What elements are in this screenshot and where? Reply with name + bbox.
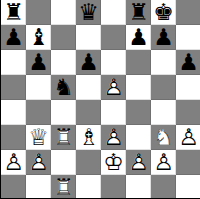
square-h4[interactable] [176,100,200,125]
square-a1[interactable] [1,175,26,199]
square-a6[interactable] [1,50,26,75]
square-h1[interactable] [176,175,200,199]
square-h6[interactable]: ♟ [176,50,200,75]
square-c2[interactable] [51,150,76,175]
square-e7[interactable] [101,25,126,50]
square-e6[interactable] [101,50,126,75]
square-e8[interactable] [101,0,126,25]
black-rook[interactable]: ♜ [1,0,26,25]
square-h3[interactable]: ♟♙ [176,125,200,150]
black-pawn[interactable]: ♟ [76,50,101,75]
black-queen-glyph: ♛ [76,0,101,25]
black-queen[interactable]: ♛ [76,0,101,25]
square-b3[interactable]: ♛♕ [26,125,51,150]
white-knight[interactable]: ♞♘ [151,125,176,150]
square-a2[interactable]: ♟♙ [1,150,26,175]
square-b2[interactable]: ♟♙ [26,150,51,175]
white-pawn-outline-glyph: ♙ [101,125,126,150]
square-f7[interactable]: ♟ [126,25,151,50]
square-h8[interactable] [176,0,200,25]
square-e2[interactable]: ♚♔ [101,150,126,175]
square-d6[interactable]: ♟ [76,50,101,75]
square-a4[interactable] [1,100,26,125]
white-rook-outline-glyph: ♖ [51,175,76,199]
white-queen-outline-glyph: ♕ [26,125,51,150]
square-f6[interactable] [126,50,151,75]
white-pawn[interactable]: ♟♙ [26,150,51,175]
square-f1[interactable] [126,175,151,199]
square-c6[interactable] [51,50,76,75]
square-a5[interactable] [1,75,26,100]
white-pawn[interactable]: ♟♙ [176,125,200,150]
black-pawn-glyph: ♟ [1,25,26,50]
square-g5[interactable] [151,75,176,100]
square-e4[interactable] [101,100,126,125]
square-f8[interactable]: ♜ [126,0,151,25]
square-d2[interactable] [76,150,101,175]
white-pawn[interactable]: ♟♙ [101,125,126,150]
square-c4[interactable] [51,100,76,125]
black-pawn[interactable]: ♟ [176,50,200,75]
white-pawn[interactable]: ♟♙ [101,75,126,100]
black-pawn[interactable]: ♟ [26,50,51,75]
white-king[interactable]: ♚♔ [101,150,126,175]
black-king-glyph: ♚ [151,0,176,25]
square-e1[interactable] [101,175,126,199]
square-e5[interactable]: ♟♙ [101,75,126,100]
square-a7[interactable]: ♟ [1,25,26,50]
square-b7[interactable]: ♝ [26,25,51,50]
square-c1[interactable]: ♜♖ [51,175,76,199]
square-d7[interactable] [76,25,101,50]
square-d4[interactable] [76,100,101,125]
square-c5[interactable]: ♞ [51,75,76,100]
square-f5[interactable] [126,75,151,100]
square-f2[interactable]: ♟♙ [126,150,151,175]
square-d8[interactable]: ♛ [76,0,101,25]
black-pawn[interactable]: ♟ [126,25,151,50]
square-b4[interactable] [26,100,51,125]
white-pawn-outline-glyph: ♙ [101,75,126,100]
square-g4[interactable] [151,100,176,125]
black-pawn-glyph: ♟ [76,50,101,75]
white-bishop[interactable]: ♝♗ [76,125,101,150]
square-c7[interactable] [51,25,76,50]
square-b5[interactable] [26,75,51,100]
black-bishop[interactable]: ♝ [26,25,51,50]
square-h5[interactable] [176,75,200,100]
square-e3[interactable]: ♟♙ [101,125,126,150]
square-d5[interactable] [76,75,101,100]
black-pawn-glyph: ♟ [26,50,51,75]
white-pawn[interactable]: ♟♙ [1,150,26,175]
white-pawn-outline-glyph: ♙ [176,125,200,150]
square-f4[interactable] [126,100,151,125]
white-king-outline-glyph: ♔ [101,150,126,175]
black-knight[interactable]: ♞ [51,75,76,100]
black-knight-glyph: ♞ [51,75,76,100]
white-pawn[interactable]: ♟♙ [151,150,176,175]
square-b1[interactable] [26,175,51,199]
square-g7[interactable]: ♟ [151,25,176,50]
white-rook[interactable]: ♜♖ [51,175,76,199]
black-pawn[interactable]: ♟ [151,25,176,50]
white-pawn-outline-glyph: ♙ [126,150,151,175]
white-rook-outline-glyph: ♖ [51,125,76,150]
black-rook-glyph: ♜ [1,0,26,25]
square-g2[interactable]: ♟♙ [151,150,176,175]
square-a8[interactable]: ♜ [1,0,26,25]
white-pawn-outline-glyph: ♙ [26,150,51,175]
black-rook-glyph: ♜ [126,0,151,25]
black-pawn[interactable]: ♟ [1,25,26,50]
black-king[interactable]: ♚ [151,0,176,25]
square-c8[interactable] [51,0,76,25]
chess-board-diagram: ♜♛♜♚♟♝♟♟♟♟♟♞♟♙♛♕♜♖♝♗♟♙♞♘♟♙♟♙♟♙♚♔♟♙♟♙♜♖ [0,0,200,199]
square-d3[interactable]: ♝♗ [76,125,101,150]
square-f3[interactable] [126,125,151,150]
square-g1[interactable] [151,175,176,199]
white-pawn-outline-glyph: ♙ [1,150,26,175]
chess-board: ♜♛♜♚♟♝♟♟♟♟♟♞♟♙♛♕♜♖♝♗♟♙♞♘♟♙♟♙♟♙♚♔♟♙♟♙♜♖ [0,0,200,199]
white-knight-outline-glyph: ♘ [151,125,176,150]
square-d1[interactable] [76,175,101,199]
black-pawn-glyph: ♟ [126,25,151,50]
black-pawn-glyph: ♟ [151,25,176,50]
square-b8[interactable] [26,0,51,25]
square-h7[interactable] [176,25,200,50]
square-g6[interactable] [151,50,176,75]
black-bishop-glyph: ♝ [26,25,51,50]
square-g3[interactable]: ♞♘ [151,125,176,150]
white-bishop-outline-glyph: ♗ [76,125,101,150]
white-pawn[interactable]: ♟♙ [126,150,151,175]
square-c3[interactable]: ♜♖ [51,125,76,150]
black-rook[interactable]: ♜ [126,0,151,25]
square-b6[interactable]: ♟ [26,50,51,75]
white-rook[interactable]: ♜♖ [51,125,76,150]
square-g8[interactable]: ♚ [151,0,176,25]
square-a3[interactable] [1,125,26,150]
white-pawn-outline-glyph: ♙ [151,150,176,175]
white-queen[interactable]: ♛♕ [26,125,51,150]
black-pawn-glyph: ♟ [176,50,200,75]
square-h2[interactable] [176,150,200,175]
